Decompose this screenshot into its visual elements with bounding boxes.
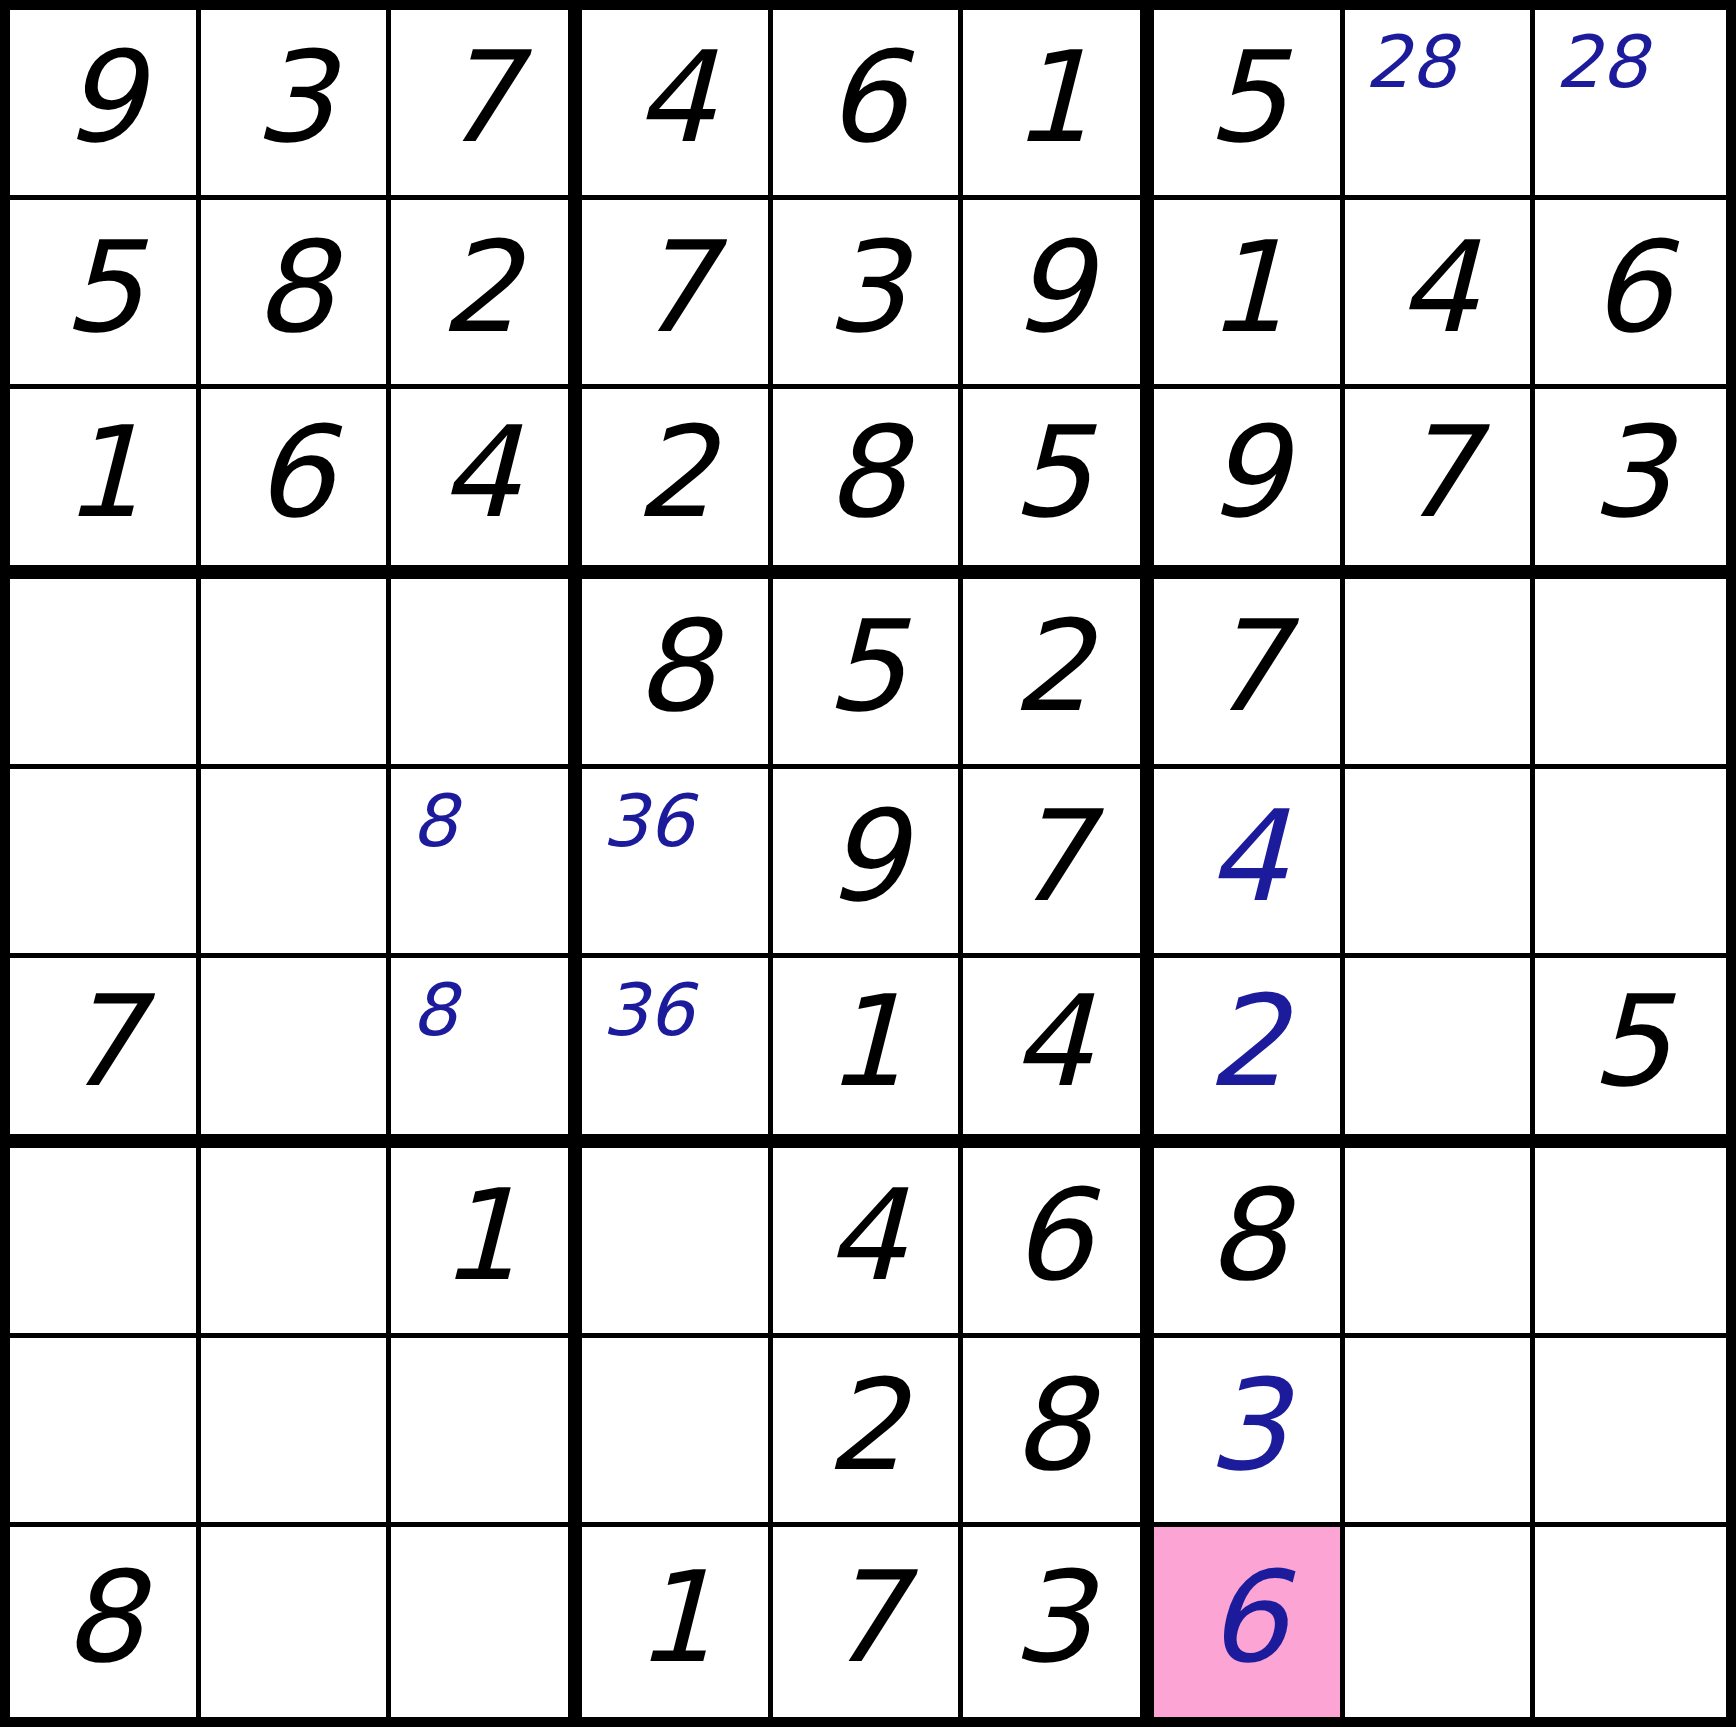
cell-r2c2[interactable]: 8: [201, 200, 392, 390]
given-value: 5: [63, 225, 143, 351]
given-value: 5: [825, 604, 905, 730]
cell-r3c8[interactable]: 7: [1345, 389, 1536, 579]
cell-r7c2[interactable]: [201, 1148, 392, 1338]
cell-r3c2[interactable]: 6: [201, 389, 392, 579]
cell-r3c6[interactable]: 5: [963, 389, 1154, 579]
cell-r6c4[interactable]: 36: [582, 958, 773, 1148]
given-value: 9: [63, 35, 143, 161]
given-value: 7: [1397, 410, 1477, 536]
cell-r8c9[interactable]: [1535, 1338, 1726, 1528]
cell-r7c4[interactable]: [582, 1148, 773, 1338]
cell-r4c1[interactable]: [10, 579, 201, 769]
cell-r5c5[interactable]: 9: [773, 769, 964, 959]
cell-r1c9[interactable]: 28: [1535, 10, 1726, 200]
given-value: 2: [825, 1363, 905, 1489]
entry-value: 3: [1207, 1363, 1287, 1489]
cell-r4c6[interactable]: 2: [963, 579, 1154, 769]
cell-r3c9[interactable]: 3: [1535, 389, 1726, 579]
cell-r9c4[interactable]: 1: [582, 1527, 773, 1717]
cell-r5c8[interactable]: [1345, 769, 1536, 959]
given-value: 5: [1207, 35, 1287, 161]
cell-r4c4[interactable]: 8: [582, 579, 773, 769]
pencil-marks: 8: [411, 974, 457, 1046]
cell-r7c6[interactable]: 6: [963, 1148, 1154, 1338]
cell-r3c5[interactable]: 8: [773, 389, 964, 579]
cell-r6c3[interactable]: 8: [391, 958, 582, 1148]
given-value: 5: [1012, 410, 1092, 536]
given-value: 9: [1207, 410, 1287, 536]
cell-r4c3[interactable]: [391, 579, 582, 769]
given-value: 7: [63, 979, 143, 1105]
cell-r2c9[interactable]: 6: [1535, 200, 1726, 390]
cell-r5c9[interactable]: [1535, 769, 1726, 959]
given-value: 3: [825, 225, 905, 351]
cell-r8c7[interactable]: 3: [1154, 1338, 1345, 1528]
cell-r6c5[interactable]: 1: [773, 958, 964, 1148]
cell-r2c3[interactable]: 2: [391, 200, 582, 390]
sudoku-board: 9374615282858273914616428597385278369747…: [0, 0, 1736, 1727]
cell-r2c7[interactable]: 1: [1154, 200, 1345, 390]
given-value: 1: [635, 1555, 715, 1681]
cell-r7c5[interactable]: 4: [773, 1148, 964, 1338]
pencil-marks: 28: [1365, 26, 1457, 98]
cell-r1c5[interactable]: 6: [773, 10, 964, 200]
given-value: 4: [440, 410, 520, 536]
cell-r4c5[interactable]: 5: [773, 579, 964, 769]
cell-r4c2[interactable]: [201, 579, 392, 769]
cell-r9c9[interactable]: [1535, 1527, 1726, 1717]
given-value: 4: [1012, 979, 1092, 1105]
given-value: 8: [1012, 1363, 1092, 1489]
given-value: 6: [253, 410, 333, 536]
given-value: 9: [825, 794, 905, 920]
cell-r1c7[interactable]: 5: [1154, 10, 1345, 200]
cell-r3c1[interactable]: 1: [10, 389, 201, 579]
given-value: 7: [1207, 604, 1287, 730]
cell-r9c8[interactable]: [1345, 1527, 1536, 1717]
pencil-marks: 36: [602, 974, 694, 1046]
cell-r9c7[interactable]: 6: [1154, 1527, 1345, 1717]
cell-r4c7[interactable]: 7: [1154, 579, 1345, 769]
given-value: 8: [825, 410, 905, 536]
given-value: 8: [253, 225, 333, 351]
cell-r8c5[interactable]: 2: [773, 1338, 964, 1528]
given-value: 1: [63, 410, 143, 536]
given-value: 1: [1012, 35, 1092, 161]
cell-r7c7[interactable]: 8: [1154, 1148, 1345, 1338]
cell-r2c1[interactable]: 5: [10, 200, 201, 390]
given-value: 6: [825, 35, 905, 161]
cell-r1c2[interactable]: 3: [201, 10, 392, 200]
cell-r4c9[interactable]: [1535, 579, 1726, 769]
cell-r9c3[interactable]: [391, 1527, 582, 1717]
given-value: 8: [1207, 1173, 1287, 1299]
given-value: 6: [1012, 1173, 1092, 1299]
given-value: 7: [825, 1555, 905, 1681]
given-value: 4: [635, 35, 715, 161]
entry-value: 4: [1207, 794, 1287, 920]
cell-r6c9[interactable]: 5: [1535, 958, 1726, 1148]
cell-r3c7[interactable]: 9: [1154, 389, 1345, 579]
cell-r7c8[interactable]: [1345, 1148, 1536, 1338]
cell-r4c8[interactable]: [1345, 579, 1536, 769]
cell-r2c8[interactable]: 4: [1345, 200, 1536, 390]
given-value: 1: [440, 1173, 520, 1299]
entry-value: 6: [1207, 1555, 1287, 1681]
given-value: 1: [1207, 225, 1287, 351]
cell-r9c2[interactable]: [201, 1527, 392, 1717]
given-value: 8: [63, 1555, 143, 1681]
cell-r6c7[interactable]: 2: [1154, 958, 1345, 1148]
cell-r8c8[interactable]: [1345, 1338, 1536, 1528]
given-value: 7: [440, 35, 520, 161]
cell-r2c6[interactable]: 9: [963, 200, 1154, 390]
cell-r1c1[interactable]: 9: [10, 10, 201, 200]
cell-r5c4[interactable]: 36: [582, 769, 773, 959]
cell-r9c5[interactable]: 7: [773, 1527, 964, 1717]
cell-r1c3[interactable]: 7: [391, 10, 582, 200]
given-value: 4: [825, 1173, 905, 1299]
given-value: 9: [1012, 225, 1092, 351]
cell-r5c7[interactable]: 4: [1154, 769, 1345, 959]
cell-r6c1[interactable]: 7: [10, 958, 201, 1148]
given-value: 7: [1012, 794, 1092, 920]
cell-r7c9[interactable]: [1535, 1148, 1726, 1338]
cell-r8c3[interactable]: [391, 1338, 582, 1528]
cell-r2c4[interactable]: 7: [582, 200, 773, 390]
given-value: 1: [825, 979, 905, 1105]
cell-r1c8[interactable]: 28: [1345, 10, 1536, 200]
cell-r5c2[interactable]: [201, 769, 392, 959]
given-value: 3: [1591, 410, 1671, 536]
cell-r5c1[interactable]: [10, 769, 201, 959]
cell-r3c4[interactable]: 2: [582, 389, 773, 579]
cell-r6c2[interactable]: [201, 958, 392, 1148]
entry-value: 2: [1207, 979, 1287, 1105]
cell-r8c1[interactable]: [10, 1338, 201, 1528]
cell-r6c8[interactable]: [1345, 958, 1536, 1148]
cell-r8c2[interactable]: [201, 1338, 392, 1528]
pencil-marks: 8: [411, 785, 457, 857]
given-value: 5: [1591, 979, 1671, 1105]
cell-r7c1[interactable]: [10, 1148, 201, 1338]
cell-r9c1[interactable]: 8: [10, 1527, 201, 1717]
cell-r3c3[interactable]: 4: [391, 389, 582, 579]
pencil-marks: 36: [602, 785, 694, 857]
cell-r6c6[interactable]: 4: [963, 958, 1154, 1148]
cell-r1c6[interactable]: 1: [963, 10, 1154, 200]
given-value: 2: [635, 410, 715, 536]
given-value: 6: [1591, 225, 1671, 351]
cell-r2c5[interactable]: 3: [773, 200, 964, 390]
cell-r5c6[interactable]: 7: [963, 769, 1154, 959]
pencil-marks: 28: [1555, 26, 1647, 98]
given-value: 3: [1012, 1555, 1092, 1681]
given-value: 3: [253, 35, 333, 161]
cell-r1c4[interactable]: 4: [582, 10, 773, 200]
given-value: 2: [1012, 604, 1092, 730]
given-value: 2: [440, 225, 520, 351]
cell-r5c3[interactable]: 8: [391, 769, 582, 959]
given-value: 8: [635, 604, 715, 730]
given-value: 7: [635, 225, 715, 351]
cell-r8c4[interactable]: [582, 1338, 773, 1528]
cell-r8c6[interactable]: 8: [963, 1338, 1154, 1528]
cell-r9c6[interactable]: 3: [963, 1527, 1154, 1717]
given-value: 4: [1397, 225, 1477, 351]
cell-r7c3[interactable]: 1: [391, 1148, 582, 1338]
